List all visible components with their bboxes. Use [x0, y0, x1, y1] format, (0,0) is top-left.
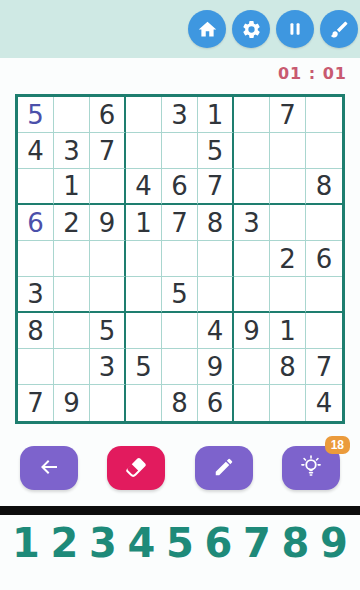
pause-button[interactable]	[276, 10, 314, 48]
cell-r6c6[interactable]	[198, 277, 234, 313]
cell-r1c7[interactable]	[234, 97, 270, 133]
cell-r3c7[interactable]	[234, 169, 270, 205]
gear-icon	[241, 19, 262, 40]
cell-r2c7[interactable]	[234, 133, 270, 169]
eraser-button[interactable]	[107, 446, 165, 490]
cell-r9c7[interactable]	[234, 385, 270, 421]
numpad-5[interactable]: 5	[162, 523, 198, 563]
eraser-icon	[124, 455, 148, 482]
cell-r1c5[interactable]: 3	[162, 97, 198, 133]
cell-r3c9[interactable]: 8	[306, 169, 342, 205]
cell-r5c4[interactable]	[126, 241, 162, 277]
theme-button[interactable]	[320, 10, 358, 48]
undo-button[interactable]	[20, 446, 78, 490]
cell-r3c5[interactable]: 6	[162, 169, 198, 205]
cell-r3c4[interactable]: 4	[126, 169, 162, 205]
cell-r4c9[interactable]	[306, 205, 342, 241]
cell-r7c1[interactable]: 8	[18, 313, 54, 349]
cell-r1c6[interactable]: 1	[198, 97, 234, 133]
cell-r6c7[interactable]	[234, 277, 270, 313]
cell-r6c3[interactable]	[90, 277, 126, 313]
home-button[interactable]	[188, 10, 226, 48]
cell-r6c1[interactable]: 3	[18, 277, 54, 313]
cell-r1c1[interactable]: 5	[18, 97, 54, 133]
cell-r2c5[interactable]	[162, 133, 198, 169]
cell-r9c3[interactable]	[90, 385, 126, 421]
numpad-9[interactable]: 9	[316, 523, 352, 563]
topbar	[0, 0, 360, 58]
cell-r6c9[interactable]	[306, 277, 342, 313]
timer: 01 : 01	[278, 64, 347, 83]
cell-r4c1[interactable]: 6	[18, 205, 54, 241]
cell-r5c6[interactable]	[198, 241, 234, 277]
cell-r3c1[interactable]	[18, 169, 54, 205]
action-bar: 18	[0, 446, 360, 490]
cell-r9c4[interactable]	[126, 385, 162, 421]
light-bulb-icon	[298, 454, 324, 483]
numpad-6[interactable]: 6	[201, 523, 237, 563]
numpad-7[interactable]: 7	[239, 523, 275, 563]
cell-r9c6[interactable]: 6	[198, 385, 234, 421]
cell-r5c1[interactable]	[18, 241, 54, 277]
cell-r5c9[interactable]: 6	[306, 241, 342, 277]
cell-r9c2[interactable]: 9	[54, 385, 90, 421]
cell-r3c2[interactable]: 1	[54, 169, 90, 205]
cell-r4c2[interactable]: 2	[54, 205, 90, 241]
hint-count-badge: 18	[325, 436, 350, 454]
cell-r4c3[interactable]: 9	[90, 205, 126, 241]
cell-r6c2[interactable]	[54, 277, 90, 313]
cell-r6c4[interactable]	[126, 277, 162, 313]
hint-button[interactable]: 18	[282, 446, 340, 490]
cell-r7c2[interactable]	[54, 313, 90, 349]
pencil-icon	[213, 456, 235, 481]
cell-r9c9[interactable]: 4	[306, 385, 342, 421]
numpad: 1 2 3 4 5 6 7 8 9	[0, 515, 360, 563]
cell-r2c6[interactable]: 5	[198, 133, 234, 169]
cell-r8c2[interactable]	[54, 349, 90, 385]
cell-r5c7[interactable]	[234, 241, 270, 277]
cell-r7c6[interactable]: 4	[198, 313, 234, 349]
sudoku-board: 5631743751467862917832635854913598779864	[15, 94, 345, 424]
cell-r8c9[interactable]: 7	[306, 349, 342, 385]
cell-r4c7[interactable]: 3	[234, 205, 270, 241]
cell-r5c3[interactable]	[90, 241, 126, 277]
cell-r6c5[interactable]: 5	[162, 277, 198, 313]
numpad-8[interactable]: 8	[278, 523, 314, 563]
cell-r7c5[interactable]	[162, 313, 198, 349]
cell-r7c8[interactable]: 1	[270, 313, 306, 349]
cell-r5c2[interactable]	[54, 241, 90, 277]
numpad-1[interactable]: 1	[8, 523, 44, 563]
settings-button[interactable]	[232, 10, 270, 48]
cell-r4c6[interactable]: 8	[198, 205, 234, 241]
cell-r4c8[interactable]	[270, 205, 306, 241]
cell-r3c6[interactable]: 7	[198, 169, 234, 205]
cell-r1c2[interactable]	[54, 97, 90, 133]
cell-r2c9[interactable]	[306, 133, 342, 169]
paint-brush-icon	[329, 19, 350, 40]
left-arrow-icon	[37, 455, 61, 482]
cell-r6c8[interactable]	[270, 277, 306, 313]
pause-icon	[285, 19, 305, 39]
cell-r4c4[interactable]: 1	[126, 205, 162, 241]
cell-r2c2[interactable]: 3	[54, 133, 90, 169]
cell-r8c5[interactable]	[162, 349, 198, 385]
numpad-2[interactable]: 2	[47, 523, 83, 563]
cell-r1c3[interactable]: 6	[90, 97, 126, 133]
numpad-4[interactable]: 4	[124, 523, 160, 563]
cell-r5c8[interactable]: 2	[270, 241, 306, 277]
cell-r2c1[interactable]: 4	[18, 133, 54, 169]
cell-r1c4[interactable]	[126, 97, 162, 133]
cell-r4c5[interactable]: 7	[162, 205, 198, 241]
cell-r9c1[interactable]: 7	[18, 385, 54, 421]
home-icon	[197, 19, 218, 40]
cell-r7c3[interactable]: 5	[90, 313, 126, 349]
cell-r2c4[interactable]	[126, 133, 162, 169]
numpad-3[interactable]: 3	[85, 523, 121, 563]
cell-r8c6[interactable]: 9	[198, 349, 234, 385]
cell-r1c9[interactable]	[306, 97, 342, 133]
cell-r8c3[interactable]: 3	[90, 349, 126, 385]
divider-bar	[0, 506, 360, 515]
cell-r9c5[interactable]: 8	[162, 385, 198, 421]
cell-r7c4[interactable]	[126, 313, 162, 349]
cell-r3c8[interactable]	[270, 169, 306, 205]
cell-r1c8[interactable]: 7	[270, 97, 306, 133]
cell-r8c8[interactable]: 8	[270, 349, 306, 385]
cell-r5c5[interactable]	[162, 241, 198, 277]
cell-r8c4[interactable]: 5	[126, 349, 162, 385]
cell-r8c1[interactable]	[18, 349, 54, 385]
cell-r7c9[interactable]	[306, 313, 342, 349]
cell-r2c3[interactable]: 7	[90, 133, 126, 169]
cell-r9c8[interactable]	[270, 385, 306, 421]
cell-r7c7[interactable]: 9	[234, 313, 270, 349]
timer-row: 01 : 01	[0, 58, 360, 88]
sudoku-app-screen: 01 : 01 56317437514678629178326358549135…	[0, 0, 360, 590]
cell-r2c8[interactable]	[270, 133, 306, 169]
cell-r3c3[interactable]	[90, 169, 126, 205]
pencil-button[interactable]	[195, 446, 253, 490]
cell-r8c7[interactable]	[234, 349, 270, 385]
